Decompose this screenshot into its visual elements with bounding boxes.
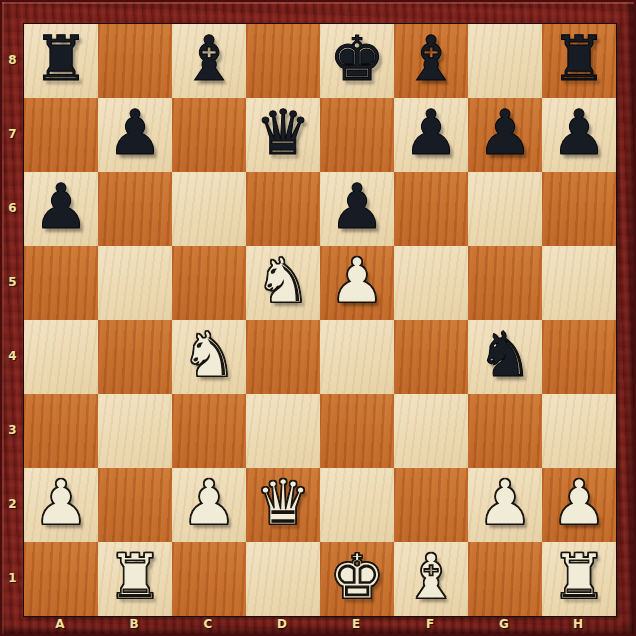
- square-c7[interactable]: [172, 98, 246, 172]
- square-h1[interactable]: ♜: [542, 542, 616, 616]
- square-a2[interactable]: ♟: [24, 468, 98, 542]
- black-knight-piece[interactable]: ♞: [477, 324, 533, 386]
- square-d4[interactable]: [246, 320, 320, 394]
- square-d7[interactable]: ♛: [246, 98, 320, 172]
- square-h8[interactable]: ♜: [542, 24, 616, 98]
- rank-label-3: 3: [2, 423, 23, 437]
- rank-label-8: 8: [2, 53, 23, 67]
- square-f3[interactable]: [394, 394, 468, 468]
- black-pawn-piece[interactable]: ♟: [551, 102, 607, 164]
- square-h7[interactable]: ♟: [542, 98, 616, 172]
- square-f7[interactable]: ♟: [394, 98, 468, 172]
- square-g4[interactable]: ♞: [468, 320, 542, 394]
- square-f1[interactable]: ♝: [394, 542, 468, 616]
- square-g1[interactable]: [468, 542, 542, 616]
- black-pawn-piece[interactable]: ♟: [403, 102, 459, 164]
- square-g6[interactable]: [468, 172, 542, 246]
- square-c3[interactable]: [172, 394, 246, 468]
- file-label-d: D: [245, 617, 319, 631]
- file-label-h: H: [541, 617, 615, 631]
- square-a3[interactable]: [24, 394, 98, 468]
- square-h5[interactable]: [542, 246, 616, 320]
- white-pawn-piece[interactable]: ♟: [329, 250, 385, 312]
- chess-board-frame: ♜♝♚♝♜♟♛♟♟♟♟♟♞♟♞♞♟♟♛♟♟♜♚♝♜ 87654321ABCDEF…: [0, 0, 636, 636]
- white-pawn-piece[interactable]: ♟: [551, 472, 607, 534]
- file-label-e: E: [319, 617, 393, 631]
- white-pawn-piece[interactable]: ♟: [33, 472, 89, 534]
- square-b7[interactable]: ♟: [98, 98, 172, 172]
- square-h4[interactable]: [542, 320, 616, 394]
- square-e8[interactable]: ♚: [320, 24, 394, 98]
- square-e5[interactable]: ♟: [320, 246, 394, 320]
- square-f5[interactable]: [394, 246, 468, 320]
- square-d6[interactable]: [246, 172, 320, 246]
- square-d2[interactable]: ♛: [246, 468, 320, 542]
- rank-label-7: 7: [2, 127, 23, 141]
- square-b3[interactable]: [98, 394, 172, 468]
- square-a6[interactable]: ♟: [24, 172, 98, 246]
- square-a1[interactable]: [24, 542, 98, 616]
- square-e2[interactable]: [320, 468, 394, 542]
- square-a5[interactable]: [24, 246, 98, 320]
- square-b8[interactable]: [98, 24, 172, 98]
- square-g3[interactable]: [468, 394, 542, 468]
- file-label-a: A: [23, 617, 97, 631]
- black-king-piece[interactable]: ♚: [329, 28, 385, 90]
- rank-label-4: 4: [2, 349, 23, 363]
- square-d3[interactable]: [246, 394, 320, 468]
- file-label-f: F: [393, 617, 467, 631]
- black-pawn-piece[interactable]: ♟: [107, 102, 163, 164]
- file-label-b: B: [97, 617, 171, 631]
- white-queen-piece[interactable]: ♛: [255, 472, 311, 534]
- chess-board: ♜♝♚♝♜♟♛♟♟♟♟♟♞♟♞♞♟♟♛♟♟♜♚♝♜: [23, 23, 617, 617]
- rank-label-6: 6: [2, 201, 23, 215]
- square-d8[interactable]: [246, 24, 320, 98]
- white-king-piece[interactable]: ♚: [329, 546, 385, 608]
- square-d1[interactable]: [246, 542, 320, 616]
- square-g5[interactable]: [468, 246, 542, 320]
- square-b2[interactable]: [98, 468, 172, 542]
- square-e7[interactable]: [320, 98, 394, 172]
- square-a4[interactable]: [24, 320, 98, 394]
- square-c4[interactable]: ♞: [172, 320, 246, 394]
- square-c6[interactable]: [172, 172, 246, 246]
- white-knight-piece[interactable]: ♞: [255, 250, 311, 312]
- black-queen-piece[interactable]: ♛: [255, 102, 311, 164]
- rank-label-1: 1: [2, 571, 23, 585]
- file-label-c: C: [171, 617, 245, 631]
- square-c5[interactable]: [172, 246, 246, 320]
- black-pawn-piece[interactable]: ♟: [477, 102, 533, 164]
- white-rook-piece[interactable]: ♜: [107, 546, 163, 608]
- square-c8[interactable]: ♝: [172, 24, 246, 98]
- square-h6[interactable]: [542, 172, 616, 246]
- rank-label-2: 2: [2, 497, 23, 511]
- square-h2[interactable]: ♟: [542, 468, 616, 542]
- square-d5[interactable]: ♞: [246, 246, 320, 320]
- square-c2[interactable]: ♟: [172, 468, 246, 542]
- square-f6[interactable]: [394, 172, 468, 246]
- square-b5[interactable]: [98, 246, 172, 320]
- square-b4[interactable]: [98, 320, 172, 394]
- black-rook-piece[interactable]: ♜: [33, 28, 89, 90]
- white-pawn-piece[interactable]: ♟: [181, 472, 237, 534]
- white-knight-piece[interactable]: ♞: [181, 324, 237, 386]
- white-bishop-piece[interactable]: ♝: [403, 546, 459, 608]
- square-g8[interactable]: [468, 24, 542, 98]
- black-bishop-piece[interactable]: ♝: [181, 28, 237, 90]
- black-rook-piece[interactable]: ♜: [551, 28, 607, 90]
- white-pawn-piece[interactable]: ♟: [477, 472, 533, 534]
- square-e3[interactable]: [320, 394, 394, 468]
- square-e4[interactable]: [320, 320, 394, 394]
- black-pawn-piece[interactable]: ♟: [33, 176, 89, 238]
- square-b6[interactable]: [98, 172, 172, 246]
- square-g7[interactable]: ♟: [468, 98, 542, 172]
- square-g2[interactable]: ♟: [468, 468, 542, 542]
- square-f8[interactable]: ♝: [394, 24, 468, 98]
- square-h3[interactable]: [542, 394, 616, 468]
- square-e1[interactable]: ♚: [320, 542, 394, 616]
- rank-label-5: 5: [2, 275, 23, 289]
- square-b1[interactable]: ♜: [98, 542, 172, 616]
- square-c1[interactable]: [172, 542, 246, 616]
- square-e6[interactable]: ♟: [320, 172, 394, 246]
- black-bishop-piece[interactable]: ♝: [403, 28, 459, 90]
- square-f4[interactable]: [394, 320, 468, 394]
- square-a8[interactable]: ♜: [24, 24, 98, 98]
- black-pawn-piece[interactable]: ♟: [329, 176, 385, 238]
- square-f2[interactable]: [394, 468, 468, 542]
- file-label-g: G: [467, 617, 541, 631]
- white-rook-piece[interactable]: ♜: [551, 546, 607, 608]
- square-a7[interactable]: [24, 98, 98, 172]
